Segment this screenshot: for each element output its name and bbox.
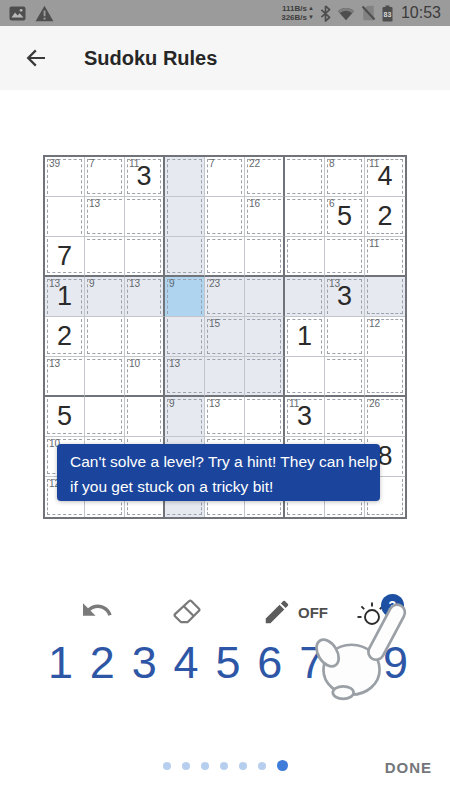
svg-text:83: 83 [384,11,392,18]
screenshot-image-icon [9,6,26,21]
cage-border [287,199,322,234]
cage-border [167,319,202,354]
cell-r7-c8[interactable] [325,397,365,437]
cage-sum: 13 [209,398,220,409]
cage-border [167,239,202,273]
cell-r1-c9[interactable]: 114 [365,157,405,197]
cage-sum: 15 [209,318,220,329]
cage-border [167,199,202,234]
cell-r5-c9[interactable]: 12 [365,317,405,357]
cell-r4-c2[interactable]: 9 [85,277,125,317]
eraser-button[interactable] [171,597,203,629]
cage-border [87,319,122,354]
cell-r7-c6[interactable] [245,397,285,437]
page-title: Sudoku Rules [84,47,217,70]
cell-r7-c9[interactable]: 26 [365,397,405,437]
cell-r1-c4[interactable] [165,157,205,197]
number-button-3[interactable]: 3 [132,634,157,692]
cell-value: 5 [45,397,84,436]
cage-sum: 8 [329,158,335,169]
cell-r5-c1[interactable]: 2 [45,317,85,357]
number-button-8[interactable]: 8 [341,634,366,692]
tooltip-line1: Can't solve a level? Try a hint! They ca… [70,449,380,474]
cell-r4-c9[interactable] [365,277,405,317]
cell-r2-c5[interactable] [205,197,245,237]
number-button-1[interactable]: 1 [48,634,73,692]
cage-sum: 16 [249,198,260,209]
cage-border [247,239,281,273]
app-bar: Sudoku Rules [0,26,450,90]
cell-r4-c8[interactable]: 133 [325,277,365,317]
number-button-7[interactable]: 7 [299,634,324,692]
cage-sum: 7 [209,158,215,169]
cage-sum: 26 [369,398,380,409]
cage-border [327,399,362,434]
cage-border [287,159,322,194]
cell-r6-c9[interactable] [365,357,405,397]
cell-r5-c7[interactable]: 1 [285,317,325,357]
cage-sum: 13 [169,358,180,369]
cell-r6-c4[interactable]: 13 [165,357,205,397]
cage-border [87,399,122,434]
cell-r2-c8[interactable]: 65 [325,197,365,237]
cell-r2-c3[interactable] [125,197,165,237]
cell-value: 7 [45,237,84,275]
cage-sum: 22 [249,158,260,169]
network-speed: 111B/s▲ 326B/s▼ [281,4,314,22]
cell-r5-c2[interactable] [85,317,125,357]
cage-sum: 13 [49,278,60,289]
cell-r5-c3[interactable] [125,317,165,357]
cage-sum: 11 [289,398,299,409]
cell-r4-c5[interactable]: 23 [205,277,245,317]
number-button-4[interactable]: 4 [174,634,199,692]
pager-dot [239,762,247,770]
cage-sum: 9 [169,398,175,409]
warning-icon [35,5,54,22]
cage-border [367,359,403,393]
cell-r3-c3[interactable] [125,237,165,277]
cage-border [327,239,362,273]
status-bar: 111B/s▲ 326B/s▼ 83 10:53 [0,0,450,26]
cage-border [247,359,281,393]
cage-border [287,279,322,314]
number-button-6[interactable]: 6 [257,634,282,692]
cage-sum: 9 [89,278,95,289]
cell-r2-c6[interactable]: 16 [245,197,285,237]
cage-sum: 11 [369,238,379,249]
cell-r4-c6[interactable] [245,277,285,317]
pager-dot [163,762,171,770]
cell-r7-c5[interactable]: 13 [205,397,245,437]
cage-sum: 23 [209,278,220,289]
undo-button[interactable] [80,599,114,627]
cell-r3-c6[interactable] [245,237,285,277]
tutorial-tooltip: Can't solve a level? Try a hint! They ca… [57,444,380,501]
up-arrow-icon: ▲ [308,4,314,13]
cell-r6-c8[interactable] [325,357,365,397]
cage-sum: 13 [89,198,100,209]
pager-dot [220,762,228,770]
cage-sum: 11 [369,158,379,169]
cell-r4-c3[interactable]: 13 [125,277,165,317]
cell-r5-c8[interactable] [325,317,365,357]
cell-r1-c5[interactable]: 7 [205,157,245,197]
cell-r3-c8[interactable] [325,237,365,277]
done-button[interactable]: DONE [383,755,434,780]
cell-r7-c7[interactable]: 113 [285,397,325,437]
cell-r1-c1[interactable]: 39 [45,157,85,197]
pager-dot [182,762,190,770]
no-sim-icon [361,5,376,21]
battery-icon: 83 [382,5,393,22]
cage-border [247,399,281,434]
cell-r1-c7[interactable] [285,157,325,197]
cell-r6-c7[interactable] [285,357,325,397]
cell-r4-c7[interactable] [285,277,325,317]
cage-sum: 12 [369,318,380,329]
cell-value: 1 [285,317,324,356]
number-button-2[interactable]: 2 [90,634,115,692]
cage-sum: 11 [129,158,139,169]
cell-r3-c7[interactable] [285,237,325,277]
cage-border [207,239,242,273]
cell-r2-c2[interactable]: 13 [85,197,125,237]
pager-dot [201,762,209,770]
cell-value: 2 [45,317,84,356]
cage-border [127,239,161,273]
cage-border [127,399,161,434]
cage-sum: 13 [329,278,340,289]
cell-r7-c4[interactable]: 9 [165,397,205,437]
back-arrow-icon[interactable] [24,46,48,70]
cell-r4-c4[interactable]: 9 [165,277,205,317]
cell-r5-c6[interactable] [245,317,285,357]
wifi-icon [337,6,355,21]
cell-r7-c1[interactable]: 5 [45,397,85,437]
screen: 111B/s▲ 326B/s▼ 83 10:53 [0,0,450,800]
cell-r4-c1[interactable]: 131 [45,277,85,317]
number-button-9[interactable]: 9 [383,634,408,692]
number-pad: 123456789 [0,634,450,692]
cell-r1-c3[interactable]: 113 [125,157,165,197]
cell-r2-c4[interactable] [165,197,205,237]
cage-border [327,359,362,393]
cage-border [207,359,242,393]
cage-sum: 6 [329,198,335,209]
cage-border [127,199,161,234]
hint-count-badge: 3 [381,594,404,617]
cell-r6-c5[interactable] [205,357,245,397]
cage-border [87,359,122,393]
cell-r1-c2[interactable]: 7 [85,157,125,197]
cell-r7-c2[interactable] [85,397,125,437]
cage-sum: 13 [49,358,60,369]
cell-r5-c4[interactable] [165,317,205,357]
cage-sum: 9 [169,278,175,289]
cage-border [87,239,122,273]
cage-border [167,159,202,194]
tooltip-line2: if you get stuck on a tricky bit! [70,474,380,499]
cage-border [247,319,281,354]
pencil-button[interactable] [262,597,292,627]
cage-border [247,279,281,314]
cage-sum: 7 [89,158,95,169]
cell-r3-c9[interactable]: 11 [365,237,405,277]
cell-r6-c3[interactable]: 10 [125,357,165,397]
bluetooth-icon [320,5,331,22]
pager-dot-active [277,760,288,771]
cage-sum: 10 [129,358,140,369]
cell-r3-c1[interactable]: 7 [45,237,85,277]
cell-r3-c2[interactable] [85,237,125,277]
cell-r2-c9[interactable]: 2 [365,197,405,237]
cell-r3-c5[interactable] [205,237,245,277]
pencil-mode-label: OFF [298,604,328,621]
cage-sum: 13 [129,278,140,289]
cell-r1-c6[interactable]: 22 [245,157,285,197]
clock: 10:53 [401,4,441,22]
cell-r6-c2[interactable] [85,357,125,397]
cage-border [127,319,161,354]
cell-r6-c6[interactable] [245,357,285,397]
cell-r3-c4[interactable] [165,237,205,277]
cage-border [207,199,242,234]
number-button-5[interactable]: 5 [215,634,240,692]
cell-value: 2 [365,197,405,236]
cell-r6-c1[interactable]: 13 [45,357,85,397]
cage-border [327,319,362,354]
cell-r1-c8[interactable]: 8 [325,157,365,197]
cage-border [287,359,322,393]
cell-r5-c5[interactable]: 15 [205,317,245,357]
cage-sum: 39 [49,158,60,169]
cage-border [367,279,403,314]
cell-r2-c7[interactable] [285,197,325,237]
cell-r7-c3[interactable] [125,397,165,437]
cage-border [47,199,82,234]
pager-dot [258,762,266,770]
down-arrow-icon: ▼ [308,13,314,22]
cage-border [287,239,322,273]
cell-r2-c1[interactable] [45,197,85,237]
